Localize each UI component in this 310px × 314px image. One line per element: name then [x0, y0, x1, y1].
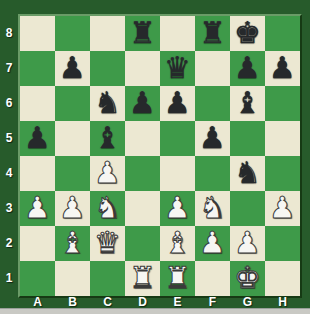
square-b7[interactable]: ♟ [55, 51, 90, 86]
square-e7[interactable]: ♛ [160, 51, 195, 86]
square-g4[interactable]: ♞ [230, 156, 265, 191]
square-b8[interactable] [55, 16, 90, 51]
square-a2[interactable] [20, 226, 55, 261]
square-g8[interactable]: ♚ [230, 16, 265, 51]
black-pawn-icon: ♟ [230, 51, 265, 86]
square-c5[interactable]: ♝ [90, 121, 125, 156]
square-f5[interactable]: ♟ [195, 121, 230, 156]
square-b3[interactable]: ♟ [55, 191, 90, 226]
white-knight-icon: ♞ [90, 191, 125, 226]
rank-label-7: 7 [0, 51, 18, 86]
square-h8[interactable] [265, 16, 300, 51]
square-h2[interactable] [265, 226, 300, 261]
square-a7[interactable] [20, 51, 55, 86]
square-g2[interactable]: ♟ [230, 226, 265, 261]
square-d3[interactable] [125, 191, 160, 226]
square-g5[interactable] [230, 121, 265, 156]
white-pawn-icon: ♟ [265, 191, 300, 226]
square-c2[interactable]: ♛ [90, 226, 125, 261]
white-bishop-icon: ♝ [55, 226, 90, 261]
rank-label-3: 3 [0, 191, 18, 226]
square-f8[interactable]: ♜ [195, 16, 230, 51]
square-c4[interactable]: ♟ [90, 156, 125, 191]
square-d7[interactable] [125, 51, 160, 86]
white-rook-icon: ♜ [125, 261, 160, 296]
rank-label-4: 4 [0, 156, 18, 191]
white-bishop-icon: ♝ [160, 226, 195, 261]
square-e5[interactable] [160, 121, 195, 156]
black-pawn-icon: ♟ [195, 121, 230, 156]
square-h5[interactable] [265, 121, 300, 156]
square-b6[interactable] [55, 86, 90, 121]
square-e8[interactable] [160, 16, 195, 51]
square-b2[interactable]: ♝ [55, 226, 90, 261]
square-c7[interactable] [90, 51, 125, 86]
square-h4[interactable] [265, 156, 300, 191]
black-pawn-icon: ♟ [55, 51, 90, 86]
square-c3[interactable]: ♞ [90, 191, 125, 226]
square-a5[interactable]: ♟ [20, 121, 55, 156]
square-a1[interactable] [20, 261, 55, 296]
black-bishop-icon: ♝ [90, 121, 125, 156]
white-knight-icon: ♞ [195, 191, 230, 226]
white-pawn-icon: ♟ [90, 156, 125, 191]
square-g6[interactable]: ♝ [230, 86, 265, 121]
rank-label-8: 8 [0, 16, 18, 51]
square-d5[interactable] [125, 121, 160, 156]
square-b1[interactable] [55, 261, 90, 296]
black-knight-icon: ♞ [230, 156, 265, 191]
square-d1[interactable]: ♜ [125, 261, 160, 296]
square-a8[interactable] [20, 16, 55, 51]
black-pawn-icon: ♟ [160, 86, 195, 121]
square-d6[interactable]: ♟ [125, 86, 160, 121]
square-g1[interactable]: ♚ [230, 261, 265, 296]
black-queen-icon: ♛ [160, 51, 195, 86]
square-f1[interactable] [195, 261, 230, 296]
square-g7[interactable]: ♟ [230, 51, 265, 86]
white-pawn-icon: ♟ [160, 191, 195, 226]
rank-label-6: 6 [0, 86, 18, 121]
square-e1[interactable]: ♜ [160, 261, 195, 296]
black-rook-icon: ♜ [125, 16, 160, 51]
black-pawn-icon: ♟ [125, 86, 160, 121]
square-b4[interactable] [55, 156, 90, 191]
black-rook-icon: ♜ [195, 16, 230, 51]
square-d4[interactable] [125, 156, 160, 191]
square-h6[interactable] [265, 86, 300, 121]
square-a3[interactable]: ♟ [20, 191, 55, 226]
rank-label-2: 2 [0, 226, 18, 261]
square-e2[interactable]: ♝ [160, 226, 195, 261]
white-pawn-icon: ♟ [230, 226, 265, 261]
square-d8[interactable]: ♜ [125, 16, 160, 51]
white-pawn-icon: ♟ [20, 191, 55, 226]
square-a4[interactable] [20, 156, 55, 191]
square-c8[interactable] [90, 16, 125, 51]
black-bishop-icon: ♝ [230, 86, 265, 121]
chess-board: ♜♜♚♟♛♟♟♞♟♟♝♟♝♟♟♞♟♟♞♟♞♟♝♛♝♟♟♜♜♚ [20, 16, 300, 296]
square-e6[interactable]: ♟ [160, 86, 195, 121]
square-e4[interactable] [160, 156, 195, 191]
square-g3[interactable] [230, 191, 265, 226]
square-h3[interactable]: ♟ [265, 191, 300, 226]
white-queen-icon: ♛ [90, 226, 125, 261]
white-rook-icon: ♜ [160, 261, 195, 296]
chess-diagram-frame: ♜♜♚♟♛♟♟♞♟♟♝♟♝♟♟♞♟♟♞♟♞♟♝♛♝♟♟♜♜♚ 87654321 … [0, 0, 310, 314]
square-h1[interactable] [265, 261, 300, 296]
board-bevel: ♜♜♚♟♛♟♟♞♟♟♝♟♝♟♟♞♟♟♞♟♞♟♝♛♝♟♟♜♜♚ [18, 14, 302, 298]
black-pawn-icon: ♟ [20, 121, 55, 156]
square-c6[interactable]: ♞ [90, 86, 125, 121]
rank-label-1: 1 [0, 261, 18, 296]
page-background-strip [0, 308, 310, 314]
square-b5[interactable] [55, 121, 90, 156]
square-f4[interactable] [195, 156, 230, 191]
square-f2[interactable]: ♟ [195, 226, 230, 261]
rank-label-5: 5 [0, 121, 18, 156]
square-f6[interactable] [195, 86, 230, 121]
white-pawn-icon: ♟ [195, 226, 230, 261]
white-pawn-icon: ♟ [55, 191, 90, 226]
white-king-icon: ♚ [230, 261, 265, 296]
square-f7[interactable] [195, 51, 230, 86]
black-pawn-icon: ♟ [265, 51, 300, 86]
black-knight-icon: ♞ [90, 86, 125, 121]
square-d2[interactable] [125, 226, 160, 261]
square-a6[interactable] [20, 86, 55, 121]
square-h7[interactable]: ♟ [265, 51, 300, 86]
square-e3[interactable]: ♟ [160, 191, 195, 226]
square-f3[interactable]: ♞ [195, 191, 230, 226]
black-king-icon: ♚ [230, 16, 265, 51]
square-c1[interactable] [90, 261, 125, 296]
